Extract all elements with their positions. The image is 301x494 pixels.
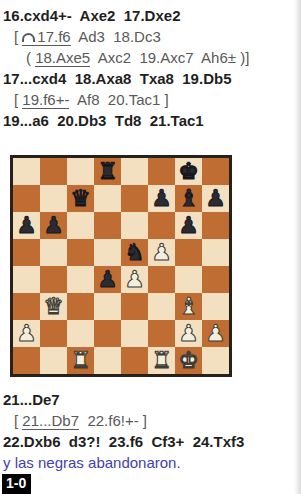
square-e2[interactable] bbox=[121, 320, 148, 347]
move-text[interactable]: 19.f6+- bbox=[22, 91, 69, 109]
square-h8[interactable] bbox=[202, 158, 229, 185]
square-e7[interactable] bbox=[121, 185, 148, 212]
square-e8[interactable] bbox=[121, 158, 148, 185]
square-h4[interactable] bbox=[202, 266, 229, 293]
square-d6[interactable] bbox=[94, 212, 121, 239]
square-c6[interactable] bbox=[67, 212, 94, 239]
square-e4[interactable]: ♟ bbox=[121, 266, 148, 293]
notation-line: 22.Dxb6 d3?! 23.f6 Cf3+ 24.Txf3 bbox=[0, 431, 301, 452]
black-king-piece: ♚ bbox=[178, 158, 199, 185]
move-text[interactable]: Ad3 18.Dc3 bbox=[71, 28, 161, 45]
black-pawn-piece: ♟ bbox=[97, 266, 118, 293]
square-a6[interactable]: ♟ bbox=[13, 212, 40, 239]
chess-analysis-page: 16.cxd4+- Axe2 17.Dxe2[ 17.f6 Ad3 18.Dc3… bbox=[0, 0, 301, 494]
square-b2[interactable] bbox=[40, 320, 67, 347]
black-knight-piece: ♞ bbox=[124, 239, 145, 266]
square-g5[interactable] bbox=[175, 239, 202, 266]
square-c4[interactable] bbox=[67, 266, 94, 293]
square-g1[interactable]: ♚ bbox=[175, 347, 202, 374]
square-b8[interactable] bbox=[40, 158, 67, 185]
square-b6[interactable]: ♟ bbox=[40, 212, 67, 239]
square-g2[interactable]: ♟ bbox=[175, 320, 202, 347]
square-f6[interactable] bbox=[148, 212, 175, 239]
square-a2[interactable]: ♟ bbox=[13, 320, 40, 347]
square-f4[interactable] bbox=[148, 266, 175, 293]
square-f7[interactable]: ♟ bbox=[148, 185, 175, 212]
square-d2[interactable] bbox=[94, 320, 121, 347]
square-d3[interactable] bbox=[94, 293, 121, 320]
square-g8[interactable]: ♚ bbox=[175, 158, 202, 185]
black-rook-piece: ♜ bbox=[97, 158, 118, 185]
notation-line: 21...De7 bbox=[0, 389, 301, 410]
square-b5[interactable] bbox=[40, 239, 67, 266]
move-text[interactable]: 21...Db7 bbox=[22, 412, 79, 430]
square-h3[interactable] bbox=[202, 293, 229, 320]
white-rook-piece: ♜ bbox=[70, 347, 91, 374]
move-text[interactable]: 21...De7 bbox=[3, 391, 60, 408]
square-c3[interactable] bbox=[67, 293, 94, 320]
black-bishop-piece: ♝ bbox=[178, 185, 199, 212]
white-bishop-piece: ♝ bbox=[178, 293, 199, 320]
white-pawn-piece: ♟ bbox=[124, 266, 145, 293]
square-d7[interactable] bbox=[94, 185, 121, 212]
square-b4[interactable] bbox=[40, 266, 67, 293]
white-queen-piece: ♛ bbox=[43, 293, 64, 320]
result-badge: 1-0 bbox=[2, 474, 31, 494]
move-text[interactable]: 17...cxd4 18.Axa8 Txa8 19.Db5 bbox=[3, 70, 231, 87]
move-text[interactable]: 22.f6!+- ] bbox=[79, 412, 147, 429]
square-a7[interactable] bbox=[13, 185, 40, 212]
square-f5[interactable]: ♟ bbox=[148, 239, 175, 266]
notation-line: 17...cxd4 18.Axa8 Txa8 19.Db5 bbox=[0, 68, 301, 89]
square-g3[interactable]: ♝ bbox=[175, 293, 202, 320]
notation-line: 19...a6 20.Db3 Td8 21.Tac1 bbox=[0, 110, 301, 131]
white-pawn-piece: ♟ bbox=[205, 320, 226, 347]
square-h1[interactable] bbox=[202, 347, 229, 374]
square-e1[interactable] bbox=[121, 347, 148, 374]
square-h2[interactable]: ♟ bbox=[202, 320, 229, 347]
square-h5[interactable] bbox=[202, 239, 229, 266]
move-text[interactable]: 18.Axe5 bbox=[35, 49, 90, 67]
black-pawn-piece: ♟ bbox=[205, 185, 226, 212]
square-b7[interactable] bbox=[40, 185, 67, 212]
square-e5[interactable]: ♞ bbox=[121, 239, 148, 266]
notation-line: ( 18.Axe5 Axc2 19.Axc7 Ah6± )] bbox=[0, 47, 301, 68]
square-g6[interactable]: ♟ bbox=[175, 212, 202, 239]
square-d8[interactable]: ♜ bbox=[94, 158, 121, 185]
square-b3[interactable]: ♛ bbox=[40, 293, 67, 320]
square-h7[interactable]: ♟ bbox=[202, 185, 229, 212]
white-king-piece: ♚ bbox=[178, 347, 199, 374]
bracket: ( bbox=[26, 49, 35, 66]
move-text[interactable]: Af8 20.Tac1 ] bbox=[69, 91, 168, 108]
square-e3[interactable] bbox=[121, 293, 148, 320]
square-b1[interactable] bbox=[40, 347, 67, 374]
square-e6[interactable] bbox=[121, 212, 148, 239]
white-rook-piece: ♜ bbox=[151, 347, 172, 374]
square-c2[interactable] bbox=[67, 320, 94, 347]
notation-block-bottom: 21...De7[ 21...Db7 22.f6!+- ]22.Dxb6 d3?… bbox=[0, 384, 301, 473]
square-g7[interactable]: ♝ bbox=[175, 185, 202, 212]
square-d1[interactable] bbox=[94, 347, 121, 374]
notation-line: [ 19.f6+- Af8 20.Tac1 ] bbox=[0, 89, 301, 110]
chessboard[interactable]: ♜♚♛♟♝♟♟♟♟♞♟♟♟♛♝♟♟♟♜♜♚ bbox=[10, 155, 232, 377]
square-d4[interactable]: ♟ bbox=[94, 266, 121, 293]
square-f2[interactable] bbox=[148, 320, 175, 347]
black-pawn-piece: ♟ bbox=[151, 185, 172, 212]
square-a8[interactable] bbox=[13, 158, 40, 185]
better-is-icon bbox=[22, 33, 35, 42]
square-c5[interactable] bbox=[67, 239, 94, 266]
notation-block-top: 16.cxd4+- Axe2 17.Dxe2[ 17.f6 Ad3 18.Dc3… bbox=[0, 0, 301, 131]
black-pawn-piece: ♟ bbox=[178, 212, 199, 239]
move-text[interactable]: Axc2 19.Axc7 Ah6± )] bbox=[90, 49, 249, 66]
square-c1[interactable]: ♜ bbox=[67, 347, 94, 374]
notation-line: y las negras abandonaron. bbox=[0, 452, 301, 473]
black-queen-piece: ♛ bbox=[70, 185, 91, 212]
black-pawn-piece: ♟ bbox=[16, 212, 37, 239]
square-a5[interactable] bbox=[13, 239, 40, 266]
square-a4[interactable] bbox=[13, 266, 40, 293]
notation-line: [ 17.f6 Ad3 18.Dc3 bbox=[0, 26, 301, 47]
square-c8[interactable] bbox=[67, 158, 94, 185]
move-text[interactable]: 17.f6 bbox=[22, 28, 70, 46]
square-f3[interactable] bbox=[148, 293, 175, 320]
square-c7[interactable]: ♛ bbox=[67, 185, 94, 212]
white-pawn-piece: ♟ bbox=[151, 239, 172, 266]
white-pawn-piece: ♟ bbox=[16, 320, 37, 347]
square-a1[interactable] bbox=[13, 347, 40, 374]
notation-line: [ 21...Db7 22.f6!+- ] bbox=[0, 410, 301, 431]
square-g4[interactable] bbox=[175, 266, 202, 293]
square-d5[interactable] bbox=[94, 239, 121, 266]
move-text[interactable]: 19...a6 20.Db3 Td8 21.Tac1 bbox=[3, 112, 204, 129]
square-f1[interactable]: ♜ bbox=[148, 347, 175, 374]
move-text[interactable]: 16.cxd4+- Axe2 17.Dxe2 bbox=[3, 7, 180, 24]
move-text[interactable]: 22.Dxb6 d3?! 23.f6 Cf3+ 24.Txf3 bbox=[3, 433, 244, 450]
square-f8[interactable] bbox=[148, 158, 175, 185]
square-h6[interactable] bbox=[202, 212, 229, 239]
closing-text: y las negras abandonaron. bbox=[3, 454, 181, 471]
notation-line: 16.cxd4+- Axe2 17.Dxe2 bbox=[0, 5, 301, 26]
white-pawn-piece: ♟ bbox=[178, 320, 199, 347]
black-pawn-piece: ♟ bbox=[43, 212, 64, 239]
square-a3[interactable] bbox=[13, 293, 40, 320]
